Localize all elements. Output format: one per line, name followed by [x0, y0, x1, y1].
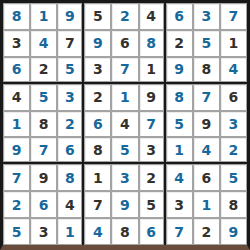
sudoku-cell-r4c9[interactable]: 6: [220, 84, 247, 111]
sudoku-cell-r2c8[interactable]: 5: [193, 30, 220, 57]
sudoku-cell-r6c6[interactable]: 3: [139, 137, 164, 162]
sudoku-cell-r9c2[interactable]: 3: [30, 218, 57, 245]
sudoku-cell-r8c9[interactable]: 8: [220, 191, 247, 218]
sudoku-cell-r3c2[interactable]: 2: [30, 57, 57, 82]
sudoku-cell-r7c2[interactable]: 9: [30, 164, 57, 191]
sudoku-cell-r3c3[interactable]: 5: [57, 57, 82, 82]
sudoku-cell-r7c6[interactable]: 2: [139, 164, 164, 191]
sudoku-cell-r7c3[interactable]: 8: [57, 164, 82, 191]
sudoku-cell-r7c1[interactable]: 7: [3, 164, 30, 191]
sudoku-cell-r9c4[interactable]: 4: [84, 218, 111, 245]
sudoku-cell-r3c7[interactable]: 9: [166, 57, 193, 82]
sudoku-cell-r6c1[interactable]: 9: [3, 137, 30, 162]
sudoku-cell-r3c4[interactable]: 3: [84, 57, 111, 82]
sudoku-cell-r4c5[interactable]: 1: [111, 84, 138, 111]
sudoku-cell-r3c9[interactable]: 4: [220, 57, 247, 82]
sudoku-cell-r5c3[interactable]: 2: [57, 111, 82, 138]
sudoku-cell-r9c6[interactable]: 6: [139, 218, 164, 245]
sudoku-cell-r6c9[interactable]: 2: [220, 137, 247, 162]
sudoku-cell-r4c2[interactable]: 5: [30, 84, 57, 111]
sudoku-cell-r3c8[interactable]: 8: [193, 57, 220, 82]
sudoku-cell-r5c1[interactable]: 1: [3, 111, 30, 138]
sudoku-cell-r3c6[interactable]: 1: [139, 57, 164, 82]
sudoku-cell-r9c5[interactable]: 8: [111, 218, 138, 245]
sudoku-cell-r8c5[interactable]: 9: [111, 191, 138, 218]
sudoku-cell-r2c1[interactable]: 3: [3, 30, 30, 57]
sudoku-cell-r9c7[interactable]: 7: [166, 218, 193, 245]
sudoku-cell-r6c2[interactable]: 7: [30, 137, 57, 162]
sudoku-cell-r5c9[interactable]: 3: [220, 111, 247, 138]
sudoku-cell-r6c7[interactable]: 1: [166, 137, 193, 162]
sudoku-cell-r2c3[interactable]: 7: [57, 30, 82, 57]
sudoku-cell-r4c1[interactable]: 4: [3, 84, 30, 111]
sudoku-cell-r9c8[interactable]: 2: [193, 218, 220, 245]
sudoku-cell-r6c8[interactable]: 4: [193, 137, 220, 162]
sudoku-cell-r7c8[interactable]: 6: [193, 164, 220, 191]
sudoku-cell-r9c1[interactable]: 5: [3, 218, 30, 245]
sudoku-cell-r8c6[interactable]: 5: [139, 191, 164, 218]
sudoku-cell-r5c2[interactable]: 8: [30, 111, 57, 138]
sudoku-cell-r2c6[interactable]: 8: [139, 30, 164, 57]
sudoku-cell-r1c6[interactable]: 4: [139, 3, 164, 30]
sudoku-cell-r6c4[interactable]: 8: [84, 137, 111, 162]
sudoku-cell-r2c9[interactable]: 1: [220, 30, 247, 57]
sudoku-cell-r2c5[interactable]: 6: [111, 30, 138, 57]
sudoku-cell-r5c6[interactable]: 7: [139, 111, 164, 138]
sudoku-cell-r6c3[interactable]: 6: [57, 137, 82, 162]
sudoku-cell-r8c7[interactable]: 3: [166, 191, 193, 218]
sudoku-cell-r3c1[interactable]: 6: [3, 57, 30, 82]
sudoku-cell-r8c2[interactable]: 6: [30, 191, 57, 218]
sudoku-cell-r1c4[interactable]: 5: [84, 3, 111, 30]
sudoku-cell-r7c4[interactable]: 1: [84, 164, 111, 191]
sudoku-cell-r2c2[interactable]: 4: [30, 30, 57, 57]
sudoku-cell-r1c1[interactable]: 8: [3, 3, 30, 30]
sudoku-cell-r1c2[interactable]: 1: [30, 3, 57, 30]
sudoku-cell-r9c3[interactable]: 1: [57, 218, 82, 245]
sudoku-cell-r6c5[interactable]: 5: [111, 137, 138, 162]
sudoku-cell-r9c9[interactable]: 9: [220, 218, 247, 245]
sudoku-cell-r5c4[interactable]: 6: [84, 111, 111, 138]
sudoku-cell-r5c7[interactable]: 5: [166, 111, 193, 138]
sudoku-cell-r8c4[interactable]: 7: [84, 191, 111, 218]
sudoku-cell-r4c4[interactable]: 2: [84, 84, 111, 111]
sudoku-cell-r4c3[interactable]: 3: [57, 84, 82, 111]
sudoku-cell-r8c3[interactable]: 4: [57, 191, 82, 218]
sudoku-cell-r5c8[interactable]: 9: [193, 111, 220, 138]
sudoku-cell-r5c5[interactable]: 4: [111, 111, 138, 138]
sudoku-cell-r8c8[interactable]: 1: [193, 191, 220, 218]
sudoku-cell-r3c5[interactable]: 7: [111, 57, 138, 82]
sudoku-cell-r7c9[interactable]: 5: [220, 164, 247, 191]
sudoku-cell-r7c7[interactable]: 4: [166, 164, 193, 191]
sudoku-cell-r1c7[interactable]: 6: [166, 3, 193, 30]
sudoku-cell-r1c9[interactable]: 7: [220, 3, 247, 30]
sudoku-cell-r1c5[interactable]: 2: [111, 3, 138, 30]
sudoku-cell-r2c7[interactable]: 2: [166, 30, 193, 57]
sudoku-cell-r8c1[interactable]: 2: [3, 191, 30, 218]
sudoku-cell-r7c5[interactable]: 3: [111, 164, 138, 191]
sudoku-cell-r2c4[interactable]: 9: [84, 30, 111, 57]
sudoku-cell-r1c8[interactable]: 3: [193, 3, 220, 30]
sudoku-cell-r1c3[interactable]: 9: [57, 3, 82, 30]
sudoku-cell-r4c7[interactable]: 8: [166, 84, 193, 111]
sudoku-cell-r4c8[interactable]: 7: [193, 84, 220, 111]
sudoku-board: 8195246373479682516253719844532198761826…: [0, 0, 250, 250]
sudoku-cell-r4c6[interactable]: 9: [139, 84, 164, 111]
